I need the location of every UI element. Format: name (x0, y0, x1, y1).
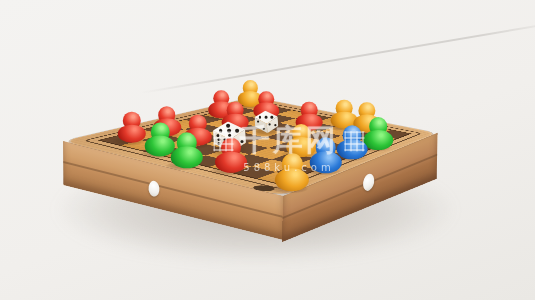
pawn-green (171, 132, 203, 168)
die-pip (228, 133, 232, 137)
pawn-blue (310, 137, 342, 173)
die (252, 109, 279, 135)
pawn-orange (275, 153, 309, 191)
pawn-red (215, 138, 247, 173)
die-pip (269, 123, 271, 125)
die-pip (227, 124, 231, 128)
pawn-green (363, 117, 393, 150)
die-pip (219, 129, 223, 133)
die-pip (257, 120, 259, 122)
die-pip (274, 124, 276, 126)
die-pip (235, 129, 239, 133)
pawn-red (118, 112, 146, 143)
scene: 千库网 588ku.com (0, 0, 535, 300)
die-pip (227, 129, 231, 133)
die-pip (259, 116, 262, 119)
die-pip (263, 128, 265, 130)
die-pip (265, 116, 268, 119)
pieces-layer (0, 0, 535, 300)
die-pip (271, 116, 274, 119)
